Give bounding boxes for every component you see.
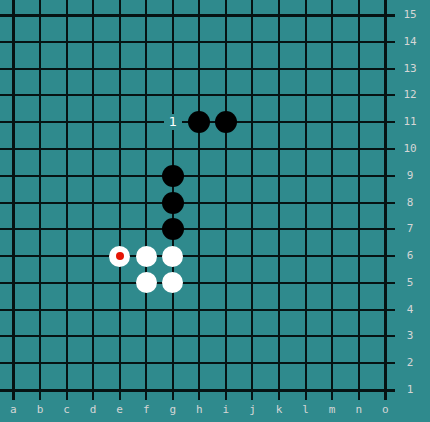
row-label-2: 2: [396, 355, 424, 371]
grid-line-col-c: [66, 0, 68, 400]
row-label-15: 15: [396, 7, 424, 23]
col-label-g: g: [163, 402, 183, 418]
row-label-7: 7: [396, 221, 424, 237]
move-number-1: 1: [164, 114, 182, 130]
last-move-marker: [116, 252, 124, 260]
grid-line-col-i: [225, 0, 227, 400]
grid-line-row-8: [0, 202, 395, 204]
col-label-e: e: [110, 402, 130, 418]
grid-line-row-2: [0, 362, 395, 364]
row-label-13: 13: [396, 61, 424, 77]
stone-black-g9: [162, 165, 184, 187]
grid-line-col-a: [12, 0, 15, 400]
grid-line-row-10: [0, 148, 395, 150]
col-label-b: b: [30, 402, 50, 418]
grid-line-col-h: [198, 0, 200, 400]
col-label-c: c: [57, 402, 77, 418]
row-label-10: 10: [396, 141, 424, 157]
grid-line-row-15: [0, 14, 395, 17]
col-label-o: o: [375, 402, 395, 418]
grid-line-row-12: [0, 94, 395, 96]
grid-line-row-9: [0, 175, 395, 177]
grid-line-row-3: [0, 335, 395, 337]
col-label-j: j: [242, 402, 262, 418]
col-label-f: f: [136, 402, 156, 418]
grid-line-col-l: [305, 0, 307, 400]
row-label-9: 9: [396, 168, 424, 184]
grid-line-row-6: [0, 255, 395, 257]
grid-line-col-k: [278, 0, 280, 400]
grid-line-row-7: [0, 228, 395, 230]
grid-line-col-n: [358, 0, 360, 400]
row-label-5: 5: [396, 275, 424, 291]
grid-line-col-m: [331, 0, 333, 400]
stone-white-g6: [162, 246, 183, 267]
stone-white-f5: [136, 272, 157, 293]
col-label-m: m: [322, 402, 342, 418]
col-label-h: h: [189, 402, 209, 418]
stone-black-i11: [215, 111, 237, 133]
row-label-12: 12: [396, 87, 424, 103]
grid-line-row-1: [0, 389, 395, 392]
gomoku-board[interactable]: abcdefghijklmno1234567891011121314151: [0, 0, 430, 422]
grid-line-col-b: [39, 0, 41, 400]
row-label-11: 11: [396, 114, 424, 130]
row-label-1: 1: [396, 382, 424, 398]
col-label-n: n: [349, 402, 369, 418]
grid-line-col-d: [92, 0, 94, 400]
row-label-4: 4: [396, 302, 424, 318]
stone-white-g5: [162, 272, 183, 293]
col-label-l: l: [296, 402, 316, 418]
stone-black-g8: [162, 192, 184, 214]
grid-line-col-j: [251, 0, 253, 400]
col-label-k: k: [269, 402, 289, 418]
col-label-i: i: [216, 402, 236, 418]
grid-line-row-5: [0, 282, 395, 284]
row-label-8: 8: [396, 195, 424, 211]
grid-line-col-e: [119, 0, 121, 400]
col-label-a: a: [3, 402, 23, 418]
row-label-6: 6: [396, 248, 424, 264]
col-label-d: d: [83, 402, 103, 418]
stone-black-g7: [162, 218, 184, 240]
grid-line-row-14: [0, 41, 395, 43]
row-label-14: 14: [396, 34, 424, 50]
stone-white-f6: [136, 246, 157, 267]
stone-black-h11: [188, 111, 210, 133]
grid-line-row-13: [0, 68, 395, 70]
grid-line-col-o: [384, 0, 387, 400]
row-label-3: 3: [396, 328, 424, 344]
grid-line-col-f: [145, 0, 147, 400]
grid-line-row-4: [0, 309, 395, 311]
